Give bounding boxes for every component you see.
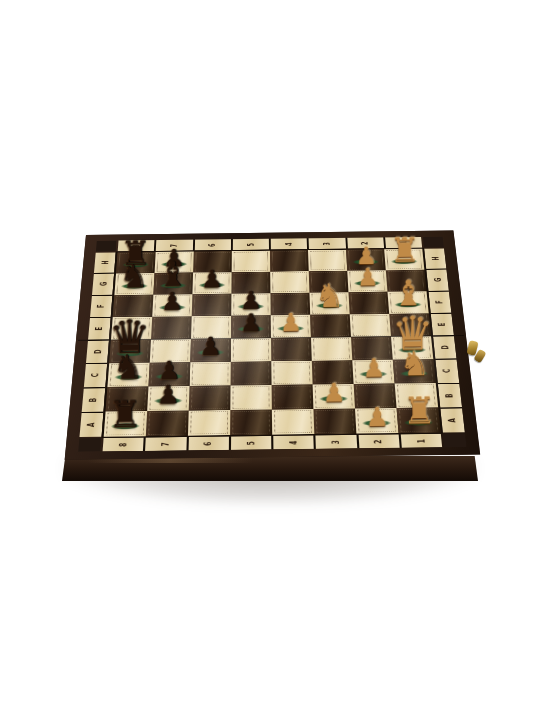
white-rook-h1: ♜ [389,234,420,268]
board-front-edge [62,456,478,481]
file-label-text: D [439,345,450,349]
file-label-text: C [442,369,453,373]
file-label-a: A [79,413,103,437]
square-g4 [270,271,309,293]
rank-label-text: 8 [118,442,129,446]
rank-label-6: 6 [194,239,231,250]
square-e7 [151,316,192,339]
square-a3 [313,409,356,435]
file-label-text: B [444,393,455,397]
rank-label-4: 4 [271,238,308,249]
file-label-text: E [437,323,447,327]
file-label-text: C [90,373,101,377]
black-knight-c8: ♞ [113,350,144,384]
file-label-text: G [98,282,108,286]
white-pawn-e4: ♟ [279,310,302,335]
file-label-a: A [440,408,465,432]
square-a4 [272,409,314,435]
rank-label-text: 1 [399,241,409,244]
file-label-text: D [92,350,102,354]
square-a1: ♜ [397,407,441,433]
rank-label-text: 3 [322,242,332,245]
black-pawn-b7: ♟ [156,382,180,408]
square-d4 [271,338,312,362]
file-label-text: F [96,304,106,308]
white-knight-c1: ♞ [399,346,430,380]
file-label-e: E [431,314,454,336]
white-pawn-g2: ♟ [357,265,379,290]
square-a5 [230,410,272,436]
square-g8: ♞ [114,273,154,295]
frame-corner [96,241,117,252]
square-d6: ♟ [190,338,231,362]
rank-label-text: 8 [131,244,141,247]
file-label-text: E [94,327,104,331]
black-rook-a8: ♜ [108,396,141,433]
square-d3 [311,337,352,361]
brass-clasp-icon [466,339,492,365]
rank-label-text: 5 [246,243,255,246]
chess-set-photo: 87654321 87654321 HGFEDCBA HGFEDCBA ♜♟♟♜… [0,0,540,720]
file-label-text: F [435,300,445,304]
frame-corner [423,237,444,248]
square-e5: ♟ [231,315,271,338]
square-c4 [271,361,312,385]
white-pawn-a2: ♟ [365,404,389,431]
square-h5 [232,251,271,273]
white-rook-a1: ♜ [402,393,435,430]
black-pawn-f7: ♟ [161,289,183,314]
square-g2: ♟ [347,270,387,292]
square-a2: ♟ [355,408,399,434]
rank-label-5: 5 [233,239,269,250]
file-label-text: G [432,278,442,282]
black-knight-g8: ♞ [119,260,148,292]
square-h3 [308,250,347,272]
black-pawn-g6: ♟ [201,267,223,292]
chess-board: 87654321 87654321 HGFEDCBA HGFEDCBA ♜♟♟♜… [65,230,480,459]
file-label-text: H [430,257,440,261]
square-h1: ♜ [384,249,424,270]
square-f3: ♞ [309,292,349,315]
black-pawn-d6: ♟ [199,334,222,360]
white-knight-f3: ♞ [315,279,345,312]
square-b5 [230,385,272,410]
square-b6 [189,386,231,411]
file-label-h: H [424,249,446,269]
rank-label-text: 2 [360,241,370,244]
square-c8: ♞ [107,363,149,387]
white-pawn-b3: ♟ [322,380,346,406]
square-a6 [188,410,230,436]
file-label-text: H [100,261,110,265]
file-label-text: A [447,418,458,422]
square-a7 [146,411,189,437]
square-c5 [231,361,272,385]
square-d5 [231,338,272,362]
file-label-text: A [86,423,97,428]
file-label-e: E [88,318,111,340]
file-label-d: D [86,341,109,364]
square-c6 [190,362,231,386]
playing-area: ♜♟♟♜♞♝♟♟♟♟♞♝♟♟♛♟♛♞♟♟♞♟♟♜♟♜ [104,249,441,437]
square-c1: ♞ [393,359,436,383]
file-label-d: D [433,336,457,358]
rank-label-text: 6 [208,243,218,246]
file-label-text: B [88,398,99,402]
square-e2 [350,314,391,337]
rank-label-3: 3 [309,238,346,249]
white-pawn-c2: ♟ [362,355,385,381]
square-a8: ♜ [104,411,147,437]
black-pawn-e5: ♟ [240,310,263,335]
rank-label-text: 4 [284,242,294,245]
rank-label-text: 7 [170,244,180,247]
